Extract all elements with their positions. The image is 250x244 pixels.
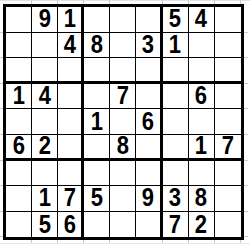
cell-r8c5[interactable]	[110, 186, 136, 212]
given-digit: 7	[222, 133, 234, 159]
cell-r7c1[interactable]	[6, 161, 32, 187]
cell-r5c3[interactable]	[58, 109, 84, 135]
cell-r4c4[interactable]	[84, 84, 110, 110]
given-digit: 8	[117, 133, 129, 159]
given-digit: 2	[195, 212, 207, 238]
cell-r8c7: 3	[163, 186, 189, 212]
given-digit: 4	[195, 6, 207, 32]
cell-r3c6[interactable]	[136, 58, 162, 84]
given-digit: 7	[117, 83, 129, 109]
cell-r2c3: 4	[58, 33, 84, 59]
cell-r6c7[interactable]	[163, 135, 189, 161]
given-digit: 5	[91, 185, 103, 211]
cell-r4c7[interactable]	[163, 84, 189, 110]
given-digit: 8	[195, 185, 207, 211]
cell-r2c1[interactable]	[6, 33, 32, 59]
cell-r8c1[interactable]	[6, 186, 32, 212]
cell-r3c8[interactable]	[189, 58, 215, 84]
cell-r8c4: 5	[84, 186, 110, 212]
given-digit: 4	[39, 83, 51, 109]
cell-r9c5[interactable]	[110, 212, 136, 238]
cell-r3c3[interactable]	[58, 58, 84, 84]
given-digit: 7	[169, 212, 181, 238]
given-digit: 9	[142, 185, 154, 211]
cell-r2c8[interactable]	[189, 33, 215, 59]
cell-r8c2: 1	[32, 186, 58, 212]
cell-r1c8: 4	[189, 7, 215, 33]
cell-r2c9[interactable]	[215, 33, 241, 59]
given-digit: 3	[142, 32, 154, 58]
cell-r1c1[interactable]	[6, 7, 32, 33]
cell-r8c8: 8	[189, 186, 215, 212]
cell-r7c3[interactable]	[58, 161, 84, 187]
cell-r6c1: 6	[6, 135, 32, 161]
cell-r2c6: 3	[136, 33, 162, 59]
cell-r8c6: 9	[136, 186, 162, 212]
cell-r7c4[interactable]	[84, 161, 110, 187]
sudoku-board: 91544831147616628171759385672	[3, 4, 244, 240]
cell-r3c9[interactable]	[215, 58, 241, 84]
grid-tick-marks-right	[244, 7, 248, 237]
cell-r3c5[interactable]	[110, 58, 136, 84]
cell-r7c7[interactable]	[163, 161, 189, 187]
sudoku-puzzle-screenshot: 91544831147616628171759385672	[0, 0, 250, 244]
cell-r2c7: 1	[163, 33, 189, 59]
cell-r5c4: 1	[84, 109, 110, 135]
cell-r2c2[interactable]	[32, 33, 58, 59]
cell-r1c3: 1	[58, 7, 84, 33]
given-digit: 1	[195, 133, 207, 159]
given-digit: 8	[91, 32, 103, 58]
given-digit: 9	[39, 6, 51, 32]
cell-r4c3[interactable]	[58, 84, 84, 110]
cell-r2c4: 8	[84, 33, 110, 59]
cell-r8c3: 7	[58, 186, 84, 212]
cell-r7c6[interactable]	[136, 161, 162, 187]
given-digit: 3	[169, 185, 181, 211]
given-digit: 1	[169, 32, 181, 58]
given-digit: 5	[39, 212, 51, 238]
cell-r6c3[interactable]	[58, 135, 84, 161]
cell-r1c9[interactable]	[215, 7, 241, 33]
cell-r3c2[interactable]	[32, 58, 58, 84]
cell-r1c6[interactable]	[136, 7, 162, 33]
cell-r1c4[interactable]	[84, 7, 110, 33]
cell-r6c5: 8	[110, 135, 136, 161]
cell-r7c8[interactable]	[189, 161, 215, 187]
cell-r9c1[interactable]	[6, 212, 32, 238]
cell-r9c9[interactable]	[215, 212, 241, 238]
cell-r4c9[interactable]	[215, 84, 241, 110]
cell-r9c4[interactable]	[84, 212, 110, 238]
cell-r9c2: 5	[32, 212, 58, 238]
given-digit: 6	[142, 109, 154, 135]
given-digit: 2	[39, 133, 51, 159]
cell-r2c5[interactable]	[110, 33, 136, 59]
given-digit: 1	[91, 109, 103, 135]
given-digit: 1	[39, 185, 51, 211]
cell-r3c4[interactable]	[84, 58, 110, 84]
cell-r6c6[interactable]	[136, 135, 162, 161]
cell-r4c2: 4	[32, 84, 58, 110]
given-digit: 4	[64, 32, 76, 58]
cell-r7c5[interactable]	[110, 161, 136, 187]
cell-r9c8: 2	[189, 212, 215, 238]
cell-r6c8: 1	[189, 135, 215, 161]
cell-r6c4[interactable]	[84, 135, 110, 161]
cell-r9c3: 6	[58, 212, 84, 238]
cell-r6c9: 7	[215, 135, 241, 161]
given-digit: 6	[12, 133, 24, 159]
cell-r1c5[interactable]	[110, 7, 136, 33]
cell-r3c1[interactable]	[6, 58, 32, 84]
cell-r9c7: 7	[163, 212, 189, 238]
cell-r1c7: 5	[163, 7, 189, 33]
cell-r8c9[interactable]	[215, 186, 241, 212]
given-digit: 6	[64, 212, 76, 238]
given-digit: 5	[169, 6, 181, 32]
cell-r4c8: 6	[189, 84, 215, 110]
cell-r6c2: 2	[32, 135, 58, 161]
given-digit: 1	[12, 83, 24, 109]
cell-r1c2: 9	[32, 7, 58, 33]
cell-r4c6[interactable]	[136, 84, 162, 110]
cell-r5c6: 6	[136, 109, 162, 135]
cell-r9c6[interactable]	[136, 212, 162, 238]
cell-r4c5: 7	[110, 84, 136, 110]
cell-r4c1: 1	[6, 84, 32, 110]
given-digit: 7	[64, 185, 76, 211]
given-digit: 1	[64, 6, 76, 32]
cell-r3c7[interactable]	[163, 58, 189, 84]
cell-r7c2[interactable]	[32, 161, 58, 187]
given-digit: 6	[195, 83, 207, 109]
cell-r5c7[interactable]	[163, 109, 189, 135]
cell-r7c9[interactable]	[215, 161, 241, 187]
